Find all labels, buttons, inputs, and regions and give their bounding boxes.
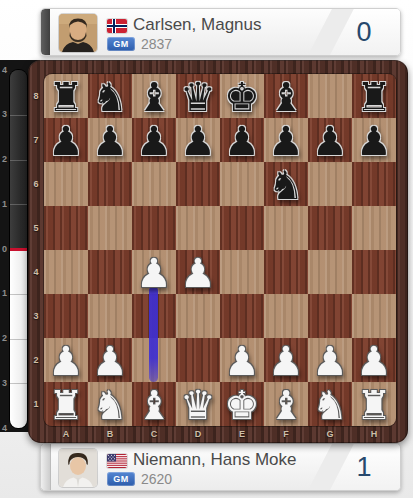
- square-g8[interactable]: [308, 74, 352, 118]
- eval-scale-label: 2: [0, 154, 9, 165]
- black-pawn-d7[interactable]: ♟: [176, 118, 220, 162]
- black-king-e8[interactable]: ♚: [220, 74, 264, 118]
- white-pawn-c4[interactable]: ♟: [132, 250, 176, 294]
- square-b6[interactable]: [88, 162, 132, 206]
- square-a4[interactable]: [44, 250, 88, 294]
- square-e5[interactable]: [220, 206, 264, 250]
- square-h4[interactable]: [352, 250, 396, 294]
- square-b4[interactable]: [88, 250, 132, 294]
- square-h6[interactable]: [352, 162, 396, 206]
- avatar-niemann-image: [59, 449, 97, 487]
- eval-scale-label: 3: [0, 378, 9, 389]
- white-pawn-a2[interactable]: ♟: [44, 338, 88, 382]
- norway-flag-icon: [107, 19, 127, 33]
- file-label-d: D: [176, 426, 220, 443]
- eval-scale-label: 4: [0, 65, 9, 76]
- black-rook-h8[interactable]: ♜: [352, 74, 396, 118]
- square-g3[interactable]: [308, 294, 352, 338]
- eval-scale-label: 3: [0, 109, 9, 120]
- black-pawn-e7[interactable]: ♟: [220, 118, 264, 162]
- rating-top: 2837: [141, 36, 172, 52]
- square-c5[interactable]: [132, 206, 176, 250]
- square-g6[interactable]: [308, 162, 352, 206]
- player-name-bottom: Niemann, Hans Moke: [133, 450, 296, 470]
- black-pawn-f7[interactable]: ♟: [264, 118, 308, 162]
- square-h3[interactable]: [352, 294, 396, 338]
- chess-board[interactable]: ♜♞♝♛♚♝♜♟♟♟♟♟♟♟♟♞♟♟♟♟♟♟♟♟♜♞♝♛♚♝♞♜87654321…: [28, 60, 408, 443]
- black-rook-a8[interactable]: ♜: [44, 74, 88, 118]
- eval-tick: [10, 160, 27, 161]
- last-move-arrow-c2-c4: [149, 286, 158, 382]
- black-side-indicator: [41, 9, 50, 55]
- file-label-g: G: [308, 426, 352, 443]
- white-knight-g1[interactable]: ♞: [308, 382, 352, 426]
- white-side-indicator: [41, 444, 51, 490]
- square-d2[interactable]: [176, 338, 220, 382]
- rank-label-2: 2: [28, 338, 44, 382]
- avatar-carlsen-image: [59, 14, 97, 52]
- black-knight-b8[interactable]: ♞: [88, 74, 132, 118]
- avatar-niemann: [59, 449, 97, 487]
- black-pawn-b7[interactable]: ♟: [88, 118, 132, 162]
- player-name-top: Carlsen, Magnus: [133, 15, 262, 35]
- rank-label-8: 8: [28, 74, 44, 118]
- square-d3[interactable]: [176, 294, 220, 338]
- square-h5[interactable]: [352, 206, 396, 250]
- white-rook-a1[interactable]: ♜: [44, 382, 88, 426]
- white-bishop-c1[interactable]: ♝: [132, 382, 176, 426]
- file-label-c: C: [132, 426, 176, 443]
- square-f3[interactable]: [264, 294, 308, 338]
- square-f5[interactable]: [264, 206, 308, 250]
- eval-bar: [10, 70, 27, 428]
- square-d5[interactable]: [176, 206, 220, 250]
- score-bottom: 1: [344, 452, 384, 483]
- white-pawn-f2[interactable]: ♟: [264, 338, 308, 382]
- rating-bottom: 2620: [141, 471, 172, 487]
- eval-tick: [10, 339, 27, 340]
- file-label-b: B: [88, 426, 132, 443]
- eval-tick: [10, 204, 27, 205]
- file-label-f: F: [264, 426, 308, 443]
- white-pawn-e2[interactable]: ♟: [220, 338, 264, 382]
- black-queen-d8[interactable]: ♛: [176, 74, 220, 118]
- black-bishop-f8[interactable]: ♝: [264, 74, 308, 118]
- white-pawn-h2[interactable]: ♟: [352, 338, 396, 382]
- black-bishop-c8[interactable]: ♝: [132, 74, 176, 118]
- eval-tick: [10, 294, 27, 295]
- white-pawn-g2[interactable]: ♟: [308, 338, 352, 382]
- player-bar-top[interactable]: Carlsen, Magnus GM 2837 0: [40, 8, 401, 56]
- black-knight-f6[interactable]: ♞: [264, 162, 308, 206]
- gm-badge-top: GM: [107, 37, 135, 51]
- square-b5[interactable]: [88, 206, 132, 250]
- square-a3[interactable]: [44, 294, 88, 338]
- eval-tick: [10, 383, 27, 384]
- white-rook-h1[interactable]: ♜: [352, 382, 396, 426]
- rank-label-5: 5: [28, 206, 44, 250]
- eval-scale-label: 0: [0, 244, 9, 255]
- rank-label-7: 7: [28, 118, 44, 162]
- rank-label-6: 6: [28, 162, 44, 206]
- square-g5[interactable]: [308, 206, 352, 250]
- square-a6[interactable]: [44, 162, 88, 206]
- black-pawn-g7[interactable]: ♟: [308, 118, 352, 162]
- eval-tick: [10, 115, 27, 116]
- square-f4[interactable]: [264, 250, 308, 294]
- square-b3[interactable]: [88, 294, 132, 338]
- score-top: 0: [344, 17, 384, 48]
- eval-scale-label: 4: [0, 423, 9, 434]
- eval-scale-label: 2: [0, 333, 9, 344]
- square-d6[interactable]: [176, 162, 220, 206]
- player-bar-bottom[interactable]: Niemann, Hans Moke GM 2620 1: [40, 443, 401, 491]
- square-c6[interactable]: [132, 162, 176, 206]
- white-pawn-d4[interactable]: ♟: [176, 250, 220, 294]
- black-pawn-c7[interactable]: ♟: [132, 118, 176, 162]
- rank-label-1: 1: [28, 382, 44, 426]
- square-e6[interactable]: [220, 162, 264, 206]
- eval-zero-line: [10, 248, 27, 251]
- square-g4[interactable]: [308, 250, 352, 294]
- usa-flag-icon: [107, 454, 127, 468]
- square-e4[interactable]: [220, 250, 264, 294]
- white-pawn-b2[interactable]: ♟: [88, 338, 132, 382]
- avatar-carlsen: [59, 14, 97, 52]
- file-label-e: E: [220, 426, 264, 443]
- white-knight-b1[interactable]: ♞: [88, 382, 132, 426]
- eval-scale-label: 1: [0, 199, 9, 210]
- black-pawn-a7[interactable]: ♟: [44, 118, 88, 162]
- square-a5[interactable]: [44, 206, 88, 250]
- black-pawn-h7[interactable]: ♟: [352, 118, 396, 162]
- file-label-h: H: [352, 426, 396, 443]
- file-label-a: A: [44, 426, 88, 443]
- white-king-e1[interactable]: ♚: [220, 382, 264, 426]
- gm-badge-bottom: GM: [107, 472, 135, 486]
- square-e3[interactable]: [220, 294, 264, 338]
- white-queen-d1[interactable]: ♛: [176, 382, 220, 426]
- rank-label-3: 3: [28, 294, 44, 338]
- white-bishop-f1[interactable]: ♝: [264, 382, 308, 426]
- eval-scale-label: 1: [0, 288, 9, 299]
- rank-label-4: 4: [28, 250, 44, 294]
